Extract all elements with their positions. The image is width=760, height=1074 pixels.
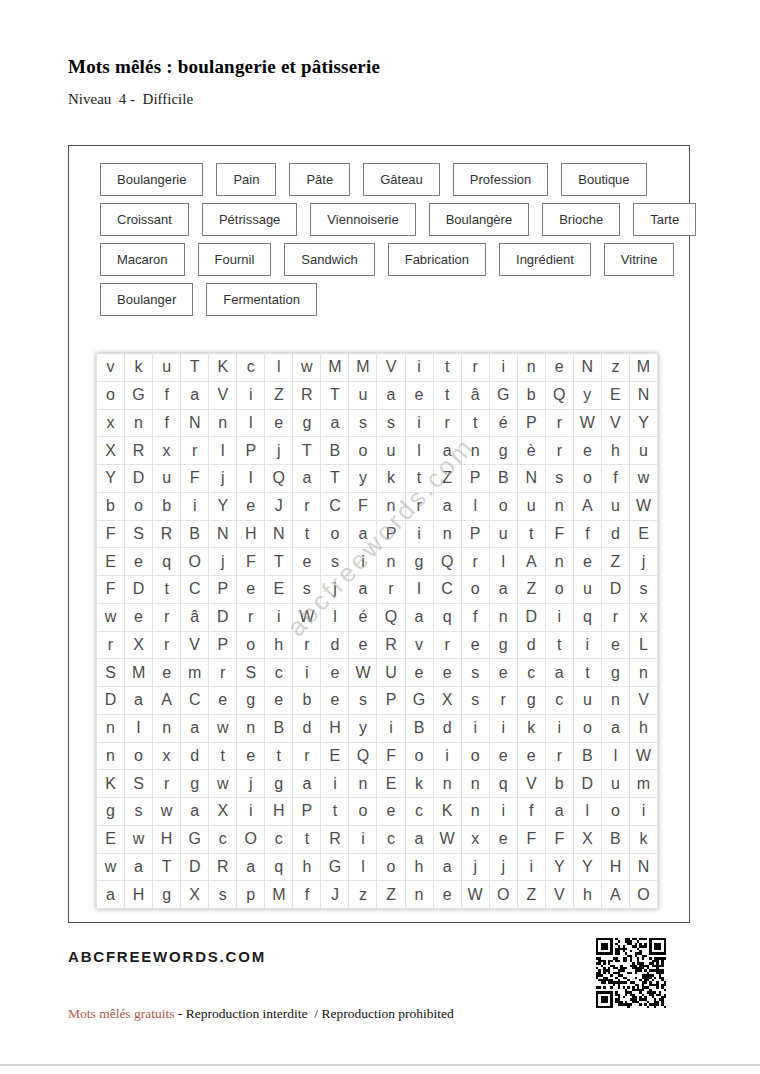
grid-cell: P — [377, 521, 404, 548]
grid-cell: I — [237, 465, 264, 492]
grid-cell: l — [349, 854, 376, 881]
word-chip: Fermentation — [206, 283, 317, 316]
grid-cell: g — [265, 770, 292, 797]
grid-cell: l — [490, 548, 517, 575]
grid-cell: a — [349, 576, 376, 603]
grid-cell: D — [97, 687, 124, 714]
grid-cell: Q — [546, 382, 573, 409]
grid-cell: a — [181, 715, 208, 742]
grid-cell: o — [462, 576, 489, 603]
grid-cell: o — [462, 743, 489, 770]
grid-cell: i — [434, 743, 461, 770]
grid-cell: a — [293, 770, 320, 797]
grid-cell: t — [546, 632, 573, 659]
grid-cell: g — [406, 548, 433, 575]
grid-cell: v — [97, 354, 124, 381]
grid-cell: r — [462, 548, 489, 575]
grid-cell: O — [237, 826, 264, 853]
grid-cell: W — [293, 604, 320, 631]
grid-cell: j — [490, 854, 517, 881]
grid-cell: N — [630, 382, 657, 409]
grid-cell: i — [546, 715, 573, 742]
grid-cell: e — [153, 659, 180, 686]
word-chip: Croissant — [100, 203, 189, 236]
grid-cell: i — [349, 548, 376, 575]
grid-cell: K — [97, 770, 124, 797]
grid-cell: r — [181, 437, 208, 464]
grid-cell: c — [406, 798, 433, 825]
grid-cell: t — [209, 743, 236, 770]
grid-cell: g — [153, 881, 180, 908]
grid-cell: h — [574, 881, 601, 908]
grid-cell: e — [349, 632, 376, 659]
grid-cell: B — [181, 521, 208, 548]
grid-cell: s — [377, 410, 404, 437]
grid-cell: n — [462, 770, 489, 797]
grid-cell: T — [293, 437, 320, 464]
grid-cell: W — [462, 881, 489, 908]
grid-cell: W — [630, 743, 657, 770]
grid-cell: B — [490, 465, 517, 492]
page: Mots mêlés : boulangerie et pâtisserie N… — [0, 0, 760, 1074]
grid-cell: W — [434, 826, 461, 853]
grid-cell: i — [518, 854, 545, 881]
grid-cell: f — [153, 382, 180, 409]
grid-cell: S — [125, 521, 152, 548]
grid-cell: f — [602, 465, 629, 492]
grid-cell: i — [321, 770, 348, 797]
grid-cell: a — [490, 576, 517, 603]
grid-cell: e — [237, 743, 264, 770]
grid-cell: E — [97, 548, 124, 575]
grid-cell: c — [518, 659, 545, 686]
grid-cell: q — [153, 548, 180, 575]
grid-cell: i — [546, 604, 573, 631]
grid-cell: y — [349, 465, 376, 492]
grid-cell: D — [574, 770, 601, 797]
grid-cell: V — [209, 382, 236, 409]
puzzle-frame: BoulangeriePainPâteGâteauProfessionBouti… — [68, 145, 690, 923]
grid-cell: S — [97, 659, 124, 686]
grid-cell: j — [462, 854, 489, 881]
grid-cell: I — [209, 437, 236, 464]
grid-cell: e — [434, 881, 461, 908]
grid-cell: n — [97, 715, 124, 742]
grid-cell: C — [181, 687, 208, 714]
grid-cell: n — [490, 604, 517, 631]
grid-cell: C — [181, 576, 208, 603]
grid-cell: B — [602, 826, 629, 853]
grid-cell: s — [546, 465, 573, 492]
grid-cell: r — [546, 410, 573, 437]
grid-cell: r — [434, 632, 461, 659]
grid-cell: n — [406, 881, 433, 908]
grid-cell: z — [602, 354, 629, 381]
grid-cell: i — [293, 659, 320, 686]
grid-cell: e — [125, 548, 152, 575]
grid-cell: l — [462, 493, 489, 520]
grid-cell: A — [518, 548, 545, 575]
grid-cell: a — [406, 826, 433, 853]
grid-cell: c — [209, 826, 236, 853]
grid-cell: y — [349, 715, 376, 742]
grid-cell: V — [181, 632, 208, 659]
grid-cell: t — [293, 521, 320, 548]
grid-cell: s — [630, 576, 657, 603]
grid-cell: u — [377, 437, 404, 464]
grid-cell: u — [153, 354, 180, 381]
grid-cell: Y — [546, 854, 573, 881]
brand-name: ABCFREEWORDS.COM — [68, 948, 266, 965]
grid-cell: a — [406, 604, 433, 631]
grid-cell: i — [237, 798, 264, 825]
grid-cell: s — [125, 798, 152, 825]
grid-cell: a — [377, 382, 404, 409]
grid-cell: D — [209, 604, 236, 631]
grid-cell: g — [97, 798, 124, 825]
grid-cell: g — [490, 437, 517, 464]
grid-cell: t — [406, 465, 433, 492]
grid-cell: x — [153, 437, 180, 464]
grid-cell: X — [181, 881, 208, 908]
grid-cell: a — [349, 521, 376, 548]
grid-cell: w — [209, 770, 236, 797]
grid-cell: D — [125, 576, 152, 603]
grid-cell: i — [630, 798, 657, 825]
grid-cell: k — [406, 770, 433, 797]
grid-cell: w — [97, 604, 124, 631]
grid-cell: K — [434, 798, 461, 825]
grid-cell: r — [293, 493, 320, 520]
grid-cell: i — [406, 410, 433, 437]
grid-cell: o — [377, 854, 404, 881]
grid-cell: o — [125, 493, 152, 520]
grid-cell: X — [97, 437, 124, 464]
grid-cell: N — [630, 854, 657, 881]
grid-container: abcfreewords.com vkuTKclwMMVitrineNzMoGf… — [96, 353, 658, 909]
grid-cell: O — [630, 881, 657, 908]
grid-cell: Y — [574, 854, 601, 881]
grid-cell: f — [462, 604, 489, 631]
grid-cell: i — [574, 632, 601, 659]
grid-cell: r — [462, 354, 489, 381]
grid-cell: s — [349, 687, 376, 714]
grid-cell: l — [237, 410, 264, 437]
grid-cell: X — [125, 632, 152, 659]
grid-cell: i — [265, 604, 292, 631]
grid-cell: j — [237, 770, 264, 797]
word-chip: Ingrédient — [499, 243, 591, 276]
grid-cell: h — [293, 854, 320, 881]
grid-cell: M — [349, 354, 376, 381]
grid-cell: t — [574, 659, 601, 686]
grid-cell: e — [490, 743, 517, 770]
word-chip: Boutique — [561, 163, 646, 196]
grid-cell: V — [602, 410, 629, 437]
grid-cell: a — [434, 437, 461, 464]
grid-cell: F — [518, 826, 545, 853]
grid-cell: s — [321, 548, 348, 575]
grid-cell: z — [349, 881, 376, 908]
grid-cell: M — [321, 354, 348, 381]
qr-code-icon — [596, 938, 666, 1008]
word-chip: Fabrication — [388, 243, 486, 276]
grid-cell: é — [349, 604, 376, 631]
grid-cell: P — [293, 798, 320, 825]
grid-cell: u — [574, 576, 601, 603]
grid-cell: r — [153, 770, 180, 797]
grid-cell: t — [293, 826, 320, 853]
grid-cell: o — [546, 576, 573, 603]
word-row: CroissantPétrissageViennoiserieBoulangèr… — [100, 203, 689, 236]
grid-cell: F — [349, 493, 376, 520]
word-chip: Viennoiserie — [310, 203, 415, 236]
grid-cell: r — [546, 743, 573, 770]
grid-cell: b — [153, 493, 180, 520]
grid-cell: i — [377, 715, 404, 742]
grid-cell: N — [265, 521, 292, 548]
grid-cell: d — [293, 715, 320, 742]
grid-cell: n — [518, 354, 545, 381]
grid-cell: w — [293, 354, 320, 381]
grid-cell: n — [602, 687, 629, 714]
grid-cell: a — [237, 854, 264, 881]
grid-cell: a — [434, 854, 461, 881]
grid-cell: A — [153, 687, 180, 714]
grid-cell: e — [434, 659, 461, 686]
grid-cell: l — [265, 354, 292, 381]
word-chip: Pain — [216, 163, 276, 196]
grid-cell: t — [434, 382, 461, 409]
grid-cell: H — [321, 715, 348, 742]
grid-cell: B — [265, 715, 292, 742]
grid-cell: q — [434, 604, 461, 631]
grid-cell: t — [153, 576, 180, 603]
grid-cell: h — [630, 715, 657, 742]
grid-cell: a — [546, 659, 573, 686]
word-chip: Tarte — [633, 203, 696, 236]
grid-cell: H — [602, 854, 629, 881]
grid-cell: u — [518, 493, 545, 520]
grid-cell: Q — [434, 548, 461, 575]
grid-cell: d — [321, 632, 348, 659]
grid-cell: t — [265, 743, 292, 770]
grid-cell: w — [630, 465, 657, 492]
grid-cell: e — [574, 548, 601, 575]
word-chip: Sandwich — [284, 243, 374, 276]
word-row: MacaronFournilSandwichFabricationIngrédi… — [100, 243, 689, 276]
grid-cell: J — [265, 493, 292, 520]
grid-cell: e — [265, 410, 292, 437]
grid-cell: a — [321, 410, 348, 437]
grid-cell: u — [630, 437, 657, 464]
word-chip: Fournil — [198, 243, 272, 276]
grid-cell: G — [181, 826, 208, 853]
grid-cell: f — [293, 881, 320, 908]
grid-cell: W — [630, 493, 657, 520]
grid-cell: n — [97, 743, 124, 770]
word-chip: Vitrine — [604, 243, 675, 276]
grid-cell: o — [349, 798, 376, 825]
word-chip: Brioche — [542, 203, 620, 236]
grid-cell: r — [209, 659, 236, 686]
grid-cell: i — [490, 798, 517, 825]
grid-cell: Z — [602, 548, 629, 575]
grid-cell: r — [602, 604, 629, 631]
grid-cell: w — [125, 826, 152, 853]
grid-cell: o — [125, 743, 152, 770]
grid-cell: e — [125, 604, 152, 631]
grid-cell: A — [602, 881, 629, 908]
grid-cell: B — [574, 743, 601, 770]
grid-cell: P — [209, 576, 236, 603]
grid-cell: o — [97, 382, 124, 409]
grid-cell: r — [434, 410, 461, 437]
grid-cell: E — [97, 826, 124, 853]
grid-cell: r — [153, 632, 180, 659]
grid-cell: T — [265, 548, 292, 575]
grid-cell: r — [546, 437, 573, 464]
grid-cell: F — [546, 826, 573, 853]
grid-cell: â — [181, 604, 208, 631]
grid-cell: e — [321, 687, 348, 714]
grid-cell: r — [293, 743, 320, 770]
grid-cell: i — [490, 354, 517, 381]
word-chip: Boulanger — [100, 283, 193, 316]
grid-cell: a — [181, 798, 208, 825]
grid-cell: f — [153, 410, 180, 437]
grid-cell: x — [630, 604, 657, 631]
grid-cell: r — [237, 604, 264, 631]
grid-cell: e — [546, 354, 573, 381]
grid-cell: l — [406, 437, 433, 464]
grid-cell: n — [434, 521, 461, 548]
grid-cell: n — [125, 410, 152, 437]
grid-cell: e — [490, 826, 517, 853]
letter-grid: vkuTKclwMMVitrineNzMoGfaViZRTuaetâGbQyEN… — [96, 353, 658, 909]
grid-cell: t — [462, 410, 489, 437]
grid-cell: u — [490, 521, 517, 548]
word-chip: Boulangerie — [100, 163, 203, 196]
grid-cell: F — [546, 521, 573, 548]
grid-cell: e — [265, 687, 292, 714]
grid-cell: h — [406, 854, 433, 881]
grid-cell: i — [462, 715, 489, 742]
grid-cell: d — [518, 632, 545, 659]
grid-cell: F — [97, 521, 124, 548]
grid-cell: o — [490, 493, 517, 520]
grid-cell: q — [574, 604, 601, 631]
level-label: Niveau 4 - Difficile — [68, 91, 193, 108]
grid-cell: r — [377, 576, 404, 603]
grid-cell: é — [490, 410, 517, 437]
grid-cell: a — [181, 382, 208, 409]
grid-cell: Q — [377, 604, 404, 631]
word-chip: Gâteau — [363, 163, 440, 196]
grid-cell: x — [462, 826, 489, 853]
grid-cell: y — [574, 382, 601, 409]
grid-cell: è — [518, 437, 545, 464]
grid-cell: o — [406, 743, 433, 770]
grid-cell: h — [602, 437, 629, 464]
grid-cell: N — [518, 465, 545, 492]
grid-cell: u — [602, 493, 629, 520]
grid-cell: u — [153, 465, 180, 492]
grid-cell: f — [574, 521, 601, 548]
grid-cell: T — [153, 854, 180, 881]
grid-cell: i — [181, 493, 208, 520]
grid-cell: t — [518, 521, 545, 548]
grid-cell: n — [546, 548, 573, 575]
grid-cell: l — [602, 743, 629, 770]
word-chip: Pâte — [289, 163, 350, 196]
grid-cell: T — [321, 465, 348, 492]
grid-cell: m — [630, 770, 657, 797]
grid-cell: a — [602, 715, 629, 742]
grid-cell: c — [546, 687, 573, 714]
grid-cell: n — [377, 548, 404, 575]
grid-cell: W — [349, 659, 376, 686]
grid-cell: j — [630, 548, 657, 575]
grid-cell: V — [377, 354, 404, 381]
grid-cell: P — [462, 465, 489, 492]
grid-cell: I — [406, 576, 433, 603]
grid-cell: n — [434, 770, 461, 797]
grid-cell: N — [574, 354, 601, 381]
grid-cell: f — [518, 798, 545, 825]
grid-cell: j — [265, 437, 292, 464]
grid-cell: o — [349, 437, 376, 464]
grid-cell: s — [209, 881, 236, 908]
grid-cell: n — [209, 410, 236, 437]
grid-cell: e — [574, 437, 601, 464]
word-chip: Macaron — [100, 243, 185, 276]
word-row: BoulangeriePainPâteGâteauProfessionBouti… — [100, 163, 689, 196]
word-chip: Pétrissage — [202, 203, 297, 236]
grid-cell: P — [377, 687, 404, 714]
grid-cell: H — [153, 826, 180, 853]
grid-cell: g — [490, 632, 517, 659]
grid-cell: r — [406, 493, 433, 520]
grid-cell: r — [293, 632, 320, 659]
grid-cell: i — [406, 521, 433, 548]
grid-cell: d — [181, 743, 208, 770]
grid-cell: G — [406, 687, 433, 714]
grid-cell: X — [574, 826, 601, 853]
grid-cell: A — [574, 493, 601, 520]
legal-black-text: - Reproduction interdite / Reproduction … — [175, 1006, 454, 1021]
grid-cell: b — [293, 687, 320, 714]
grid-cell: D — [602, 576, 629, 603]
grid-cell: E — [602, 382, 629, 409]
grid-cell: k — [125, 354, 152, 381]
grid-cell: S — [125, 770, 152, 797]
grid-cell: l — [574, 798, 601, 825]
grid-cell: N — [209, 521, 236, 548]
grid-cell: B — [321, 437, 348, 464]
grid-cell: x — [153, 743, 180, 770]
grid-cell: e — [237, 493, 264, 520]
grid-cell: a — [97, 881, 124, 908]
grid-cell: Z — [434, 465, 461, 492]
grid-cell: F — [237, 548, 264, 575]
grid-cell: e — [237, 576, 264, 603]
grid-cell: I — [125, 715, 152, 742]
grid-cell: Q — [349, 743, 376, 770]
grid-cell: s — [462, 659, 489, 686]
grid-cell: n — [546, 493, 573, 520]
grid-cell: c — [265, 826, 292, 853]
